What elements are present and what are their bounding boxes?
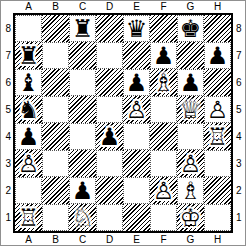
file-label: H (204, 1, 231, 13)
square-e4[interactable] (123, 123, 150, 150)
square-f2[interactable]: ♙ (150, 177, 177, 204)
rank-label: 4 (233, 123, 245, 150)
rank-label: 1 (1, 204, 13, 231)
square-a4[interactable]: ♟ (15, 123, 42, 150)
rank-label: 1 (233, 204, 245, 231)
square-d5[interactable] (96, 96, 123, 123)
piece-black-king[interactable]: ♚ (177, 15, 204, 42)
square-b3[interactable] (42, 150, 69, 177)
rank-label: 3 (1, 150, 13, 177)
rank-label: 7 (233, 42, 245, 69)
rank-labels-left: 87654321 (1, 15, 13, 231)
file-label: A (15, 234, 42, 246)
piece-black-knight[interactable]: ♞ (15, 96, 42, 123)
square-d3[interactable] (96, 150, 123, 177)
square-c8[interactable]: ♜ (69, 15, 96, 42)
square-c2[interactable]: ♟ (69, 177, 96, 204)
square-c4[interactable] (69, 123, 96, 150)
piece-black-pawn[interactable]: ♟ (15, 123, 42, 150)
rank-label: 2 (1, 177, 13, 204)
file-label: A (15, 1, 42, 13)
piece-white-pawn[interactable]: ♙ (204, 96, 231, 123)
chess-board: ♜♛♚♜♟♟♝♟♗♟♞♙♕♙♟♟♖♙♙♟♙♗♖♘♔ (13, 13, 233, 233)
square-h1[interactable] (204, 204, 231, 231)
square-g8[interactable]: ♚ (177, 15, 204, 42)
square-g5[interactable]: ♕ (177, 96, 204, 123)
file-label: H (204, 234, 231, 246)
square-f1[interactable] (150, 204, 177, 231)
file-label: D (96, 234, 123, 246)
square-f4[interactable] (150, 123, 177, 150)
square-a2[interactable] (15, 177, 42, 204)
file-labels-top: ABCDEFGH (15, 1, 231, 13)
square-b7[interactable] (42, 42, 69, 69)
square-g6[interactable]: ♟ (177, 69, 204, 96)
square-g7[interactable] (177, 42, 204, 69)
square-d2[interactable] (96, 177, 123, 204)
piece-black-pawn[interactable]: ♟ (69, 177, 96, 204)
square-c7[interactable] (69, 42, 96, 69)
file-label: G (177, 234, 204, 246)
piece-black-pawn[interactable]: ♟ (150, 42, 177, 69)
piece-white-bishop[interactable]: ♗ (177, 177, 204, 204)
piece-black-rook[interactable]: ♜ (69, 15, 96, 42)
square-g3[interactable]: ♙ (177, 150, 204, 177)
chess-diagram: ABCDEFGH 87654321 87654321 ABCDEFGH ♜♛♚♜… (0, 0, 246, 246)
piece-black-pawn[interactable]: ♟ (177, 69, 204, 96)
piece-black-queen[interactable]: ♛ (123, 15, 150, 42)
square-h7[interactable]: ♟ (204, 42, 231, 69)
file-label: B (42, 1, 69, 13)
square-e6[interactable]: ♟ (123, 69, 150, 96)
square-f7[interactable]: ♟ (150, 42, 177, 69)
square-h4[interactable]: ♖ (204, 123, 231, 150)
rank-label: 3 (233, 150, 245, 177)
square-f6[interactable]: ♗ (150, 69, 177, 96)
piece-white-bishop[interactable]: ♗ (150, 69, 177, 96)
square-a1[interactable]: ♖ (15, 204, 42, 231)
file-label: C (69, 234, 96, 246)
square-b4[interactable] (42, 123, 69, 150)
square-a8[interactable] (15, 15, 42, 42)
rank-label: 8 (1, 15, 13, 42)
rank-label: 5 (233, 96, 245, 123)
square-a6[interactable]: ♝ (15, 69, 42, 96)
square-h8[interactable] (204, 15, 231, 42)
square-e7[interactable] (123, 42, 150, 69)
square-e5[interactable]: ♙ (123, 96, 150, 123)
square-a3[interactable]: ♙ (15, 150, 42, 177)
square-d4[interactable]: ♟ (96, 123, 123, 150)
square-f5[interactable] (150, 96, 177, 123)
file-label: D (96, 1, 123, 13)
square-d6[interactable] (96, 69, 123, 96)
square-c5[interactable] (69, 96, 96, 123)
piece-white-pawn[interactable]: ♙ (123, 96, 150, 123)
square-a5[interactable]: ♞ (15, 96, 42, 123)
rank-label: 8 (233, 15, 245, 42)
rank-label: 2 (233, 177, 245, 204)
square-c6[interactable] (69, 69, 96, 96)
square-d8[interactable] (96, 15, 123, 42)
piece-white-queen[interactable]: ♕ (177, 96, 204, 123)
rank-labels-right: 87654321 (233, 15, 245, 231)
file-label: G (177, 1, 204, 13)
rank-label: 4 (1, 123, 13, 150)
piece-white-rook[interactable]: ♖ (204, 123, 231, 150)
square-b1[interactable] (42, 204, 69, 231)
square-h3[interactable] (204, 150, 231, 177)
piece-black-bishop[interactable]: ♝ (15, 69, 42, 96)
file-label: F (150, 234, 177, 246)
square-c1[interactable]: ♘ (69, 204, 96, 231)
square-h5[interactable]: ♙ (204, 96, 231, 123)
square-d1[interactable] (96, 204, 123, 231)
piece-white-rook[interactable]: ♖ (15, 204, 42, 231)
piece-black-pawn[interactable]: ♟ (123, 69, 150, 96)
piece-white-king[interactable]: ♔ (177, 204, 204, 231)
square-b5[interactable] (42, 96, 69, 123)
square-h2[interactable] (204, 177, 231, 204)
square-e3[interactable] (123, 150, 150, 177)
file-label: F (150, 1, 177, 13)
rank-label: 7 (1, 42, 13, 69)
rank-label: 6 (1, 69, 13, 96)
piece-black-pawn[interactable]: ♟ (204, 42, 231, 69)
piece-black-rook[interactable]: ♜ (15, 42, 42, 69)
file-label: B (42, 234, 69, 246)
square-b6[interactable] (42, 69, 69, 96)
rank-label: 6 (233, 69, 245, 96)
square-e1[interactable] (123, 204, 150, 231)
piece-white-knight[interactable]: ♘ (69, 204, 96, 231)
square-h6[interactable] (204, 69, 231, 96)
square-g4[interactable] (177, 123, 204, 150)
square-b8[interactable] (42, 15, 69, 42)
piece-white-pawn[interactable]: ♙ (177, 150, 204, 177)
square-g2[interactable]: ♗ (177, 177, 204, 204)
square-e8[interactable]: ♛ (123, 15, 150, 42)
piece-black-pawn[interactable]: ♟ (96, 123, 123, 150)
rank-label: 5 (1, 96, 13, 123)
piece-white-pawn[interactable]: ♙ (150, 177, 177, 204)
square-a7[interactable]: ♜ (15, 42, 42, 69)
square-b2[interactable] (42, 177, 69, 204)
square-c3[interactable] (69, 150, 96, 177)
file-label: E (123, 234, 150, 246)
square-e2[interactable] (123, 177, 150, 204)
square-g1[interactable]: ♔ (177, 204, 204, 231)
file-label: E (123, 1, 150, 13)
file-labels-bottom: ABCDEFGH (15, 234, 231, 246)
square-f8[interactable] (150, 15, 177, 42)
square-d7[interactable] (96, 42, 123, 69)
file-label: C (69, 1, 96, 13)
square-f3[interactable] (150, 150, 177, 177)
piece-white-pawn[interactable]: ♙ (15, 150, 42, 177)
